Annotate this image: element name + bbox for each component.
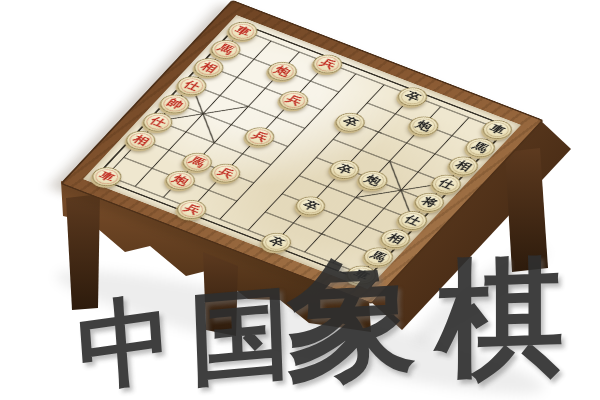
red-piece-glyph: 相: [199, 61, 220, 74]
black-piece-glyph: 卒: [402, 90, 423, 103]
red-piece-glyph: 兵: [182, 203, 203, 216]
red-piece-glyph: 馬: [216, 43, 237, 56]
black-piece-glyph: 仕: [436, 177, 457, 190]
red-piece-glyph: 兵: [250, 130, 271, 143]
black-piece-glyph: 仕: [402, 214, 423, 227]
table-leg-middle: [203, 252, 238, 336]
red-piece-glyph: 車: [97, 170, 118, 183]
red-piece-glyph: 兵: [318, 57, 339, 70]
table-leg-left: [66, 194, 100, 310]
black-piece-glyph: 馬: [368, 250, 389, 263]
red-piece-glyph: 兵: [284, 94, 305, 107]
black-piece-glyph: 馬: [470, 141, 491, 154]
black-piece-glyph: 卒: [300, 199, 321, 212]
black-piece-glyph: 卒: [334, 163, 355, 176]
black-piece-glyph: 卒: [266, 235, 287, 248]
scene: 車馬相仕帥仕相車炮馬炮兵兵兵兵兵車馬相仕将仕相馬車炮炮卒卒卒卒卒 中 国 象 棋: [0, 0, 600, 400]
red-piece-glyph: 帥: [165, 97, 186, 110]
red-piece-glyph: 相: [131, 133, 152, 146]
red-piece-glyph: 兵: [216, 166, 237, 179]
black-piece-glyph: 車: [487, 123, 508, 136]
red-piece-glyph: 馬: [187, 155, 208, 168]
red-piece-glyph: 炮: [170, 174, 191, 187]
black-piece-glyph: 炮: [414, 119, 435, 132]
black-piece-glyph: 車: [351, 268, 372, 281]
black-piece-glyph: 相: [385, 232, 406, 245]
black-piece-glyph: 将: [419, 195, 440, 208]
red-piece-glyph: 仕: [148, 115, 169, 128]
black-piece-glyph: 相: [453, 159, 474, 172]
red-piece-glyph: 炮: [272, 64, 293, 77]
black-piece-glyph: 炮: [363, 174, 384, 187]
black-piece-glyph: 卒: [340, 115, 361, 128]
red-piece-glyph: 仕: [182, 79, 203, 92]
red-piece-glyph: 車: [233, 24, 254, 37]
